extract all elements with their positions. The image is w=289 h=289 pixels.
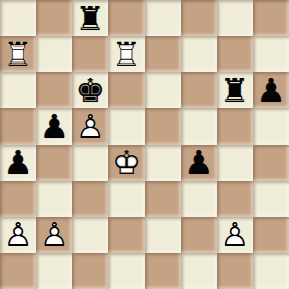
black-rook[interactable]: ♜: [217, 72, 253, 108]
square-e1[interactable]: [145, 253, 181, 289]
black-king-glyph: ♚: [72, 72, 108, 108]
black-pawn[interactable]: ♟: [253, 72, 289, 108]
white-pawn[interactable]: ♟♙: [0, 217, 36, 253]
white-rook[interactable]: ♜♖: [0, 36, 36, 72]
square-c6[interactable]: ♚: [72, 72, 108, 108]
white-rook-outline: ♖: [0, 36, 36, 72]
black-pawn[interactable]: ♟: [181, 145, 217, 181]
square-h2[interactable]: [253, 217, 289, 253]
square-h5[interactable]: [253, 108, 289, 144]
square-c5[interactable]: ♟♙: [72, 108, 108, 144]
square-b4[interactable]: [36, 145, 72, 181]
white-pawn[interactable]: ♟♙: [36, 217, 72, 253]
square-g4[interactable]: [217, 145, 253, 181]
black-pawn-glyph: ♟: [36, 108, 72, 144]
square-a5[interactable]: [0, 108, 36, 144]
square-d7[interactable]: ♜♖: [108, 36, 144, 72]
black-pawn-glyph: ♟: [0, 145, 36, 181]
square-a4[interactable]: ♟: [0, 145, 36, 181]
black-rook[interactable]: ♜: [72, 0, 108, 36]
square-h1[interactable]: [253, 253, 289, 289]
square-f2[interactable]: [181, 217, 217, 253]
white-pawn-outline: ♙: [72, 108, 108, 144]
square-c7[interactable]: [72, 36, 108, 72]
square-f1[interactable]: [181, 253, 217, 289]
square-f6[interactable]: [181, 72, 217, 108]
black-king[interactable]: ♚: [72, 72, 108, 108]
square-d1[interactable]: [108, 253, 144, 289]
square-g1[interactable]: [217, 253, 253, 289]
white-pawn-outline: ♙: [0, 217, 36, 253]
square-d3[interactable]: [108, 181, 144, 217]
black-pawn[interactable]: ♟: [36, 108, 72, 144]
square-d8[interactable]: [108, 0, 144, 36]
square-a1[interactable]: [0, 253, 36, 289]
white-rook[interactable]: ♜♖: [108, 36, 144, 72]
square-g2[interactable]: ♟♙: [217, 217, 253, 253]
square-d6[interactable]: [108, 72, 144, 108]
white-pawn[interactable]: ♟♙: [217, 217, 253, 253]
square-f7[interactable]: [181, 36, 217, 72]
square-g7[interactable]: [217, 36, 253, 72]
chess-board: ♜♜♖♜♖♚♜♟♟♟♙♟♚♔♟♟♙♟♙♟♙: [0, 0, 289, 289]
white-rook-outline: ♖: [108, 36, 144, 72]
chess-board-wrapper: ♜♜♖♜♖♚♜♟♟♟♙♟♚♔♟♟♙♟♙♟♙: [0, 0, 289, 289]
square-g8[interactable]: [217, 0, 253, 36]
black-rook-glyph: ♜: [217, 72, 253, 108]
square-h8[interactable]: [253, 0, 289, 36]
square-e2[interactable]: [145, 217, 181, 253]
square-b6[interactable]: [36, 72, 72, 108]
square-b8[interactable]: [36, 0, 72, 36]
square-b5[interactable]: ♟: [36, 108, 72, 144]
black-pawn-glyph: ♟: [181, 145, 217, 181]
square-h4[interactable]: [253, 145, 289, 181]
square-c4[interactable]: [72, 145, 108, 181]
black-pawn[interactable]: ♟: [0, 145, 36, 181]
square-e7[interactable]: [145, 36, 181, 72]
black-pawn-glyph: ♟: [253, 72, 289, 108]
square-g6[interactable]: ♜: [217, 72, 253, 108]
white-king[interactable]: ♚♔: [108, 145, 144, 181]
square-d4[interactable]: ♚♔: [108, 145, 144, 181]
square-a2[interactable]: ♟♙: [0, 217, 36, 253]
square-f5[interactable]: [181, 108, 217, 144]
square-c8[interactable]: ♜: [72, 0, 108, 36]
square-f3[interactable]: [181, 181, 217, 217]
white-king-outline: ♔: [108, 145, 144, 181]
square-d2[interactable]: [108, 217, 144, 253]
square-e6[interactable]: [145, 72, 181, 108]
square-a6[interactable]: [0, 72, 36, 108]
square-a7[interactable]: ♜♖: [0, 36, 36, 72]
square-e4[interactable]: [145, 145, 181, 181]
square-e5[interactable]: [145, 108, 181, 144]
square-c2[interactable]: [72, 217, 108, 253]
square-a8[interactable]: [0, 0, 36, 36]
square-b1[interactable]: [36, 253, 72, 289]
square-c3[interactable]: [72, 181, 108, 217]
square-h7[interactable]: [253, 36, 289, 72]
square-c1[interactable]: [72, 253, 108, 289]
square-f8[interactable]: [181, 0, 217, 36]
square-f4[interactable]: ♟: [181, 145, 217, 181]
square-g5[interactable]: [217, 108, 253, 144]
square-h6[interactable]: ♟: [253, 72, 289, 108]
square-a3[interactable]: [0, 181, 36, 217]
square-e3[interactable]: [145, 181, 181, 217]
black-rook-glyph: ♜: [72, 0, 108, 36]
square-g3[interactable]: [217, 181, 253, 217]
white-pawn-outline: ♙: [217, 217, 253, 253]
square-b7[interactable]: [36, 36, 72, 72]
white-pawn[interactable]: ♟♙: [72, 108, 108, 144]
white-pawn-outline: ♙: [36, 217, 72, 253]
square-b2[interactable]: ♟♙: [36, 217, 72, 253]
square-d5[interactable]: [108, 108, 144, 144]
square-h3[interactable]: [253, 181, 289, 217]
square-b3[interactable]: [36, 181, 72, 217]
square-e8[interactable]: [145, 0, 181, 36]
